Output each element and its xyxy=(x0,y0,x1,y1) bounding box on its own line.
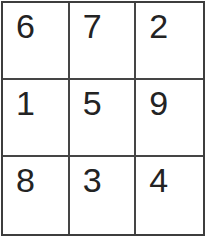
cell-r3c3: 4 xyxy=(136,157,203,234)
cell-r1c3: 2 xyxy=(136,3,203,80)
cell-r3c1: 8 xyxy=(3,157,70,234)
cell-r2c2: 5 xyxy=(70,80,137,157)
cell-r1c2: 7 xyxy=(70,3,137,80)
cell-r1c1: 6 xyxy=(3,3,70,80)
cell-r3c2: 3 xyxy=(70,157,137,234)
cell-r2c1: 1 xyxy=(3,80,70,157)
cell-r2c3: 9 xyxy=(136,80,203,157)
magic-square-grid: 6 7 2 1 5 9 8 3 4 xyxy=(1,1,205,236)
